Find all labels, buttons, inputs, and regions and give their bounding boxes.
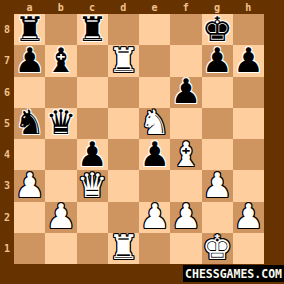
rank-label-6: 6 (0, 77, 14, 108)
square-g8[interactable]: ♚ (202, 14, 233, 45)
rank-label-5: 5 (0, 108, 14, 139)
square-a5[interactable]: ♞ (14, 108, 45, 139)
square-a8[interactable]: ♜ (14, 14, 45, 45)
file-label-c: c (77, 1, 108, 14)
square-a1[interactable] (14, 233, 45, 264)
file-label-g: g (202, 1, 233, 14)
file-label-a: a (14, 1, 45, 14)
square-b5[interactable]: ♛ (45, 108, 76, 139)
rank-label-7: 7 (0, 45, 14, 76)
square-e6[interactable] (139, 77, 170, 108)
square-e1[interactable] (139, 233, 170, 264)
square-g4[interactable] (202, 139, 233, 170)
square-d6[interactable] (108, 77, 139, 108)
square-f8[interactable] (170, 14, 201, 45)
square-h2[interactable]: ♟ (233, 202, 264, 233)
rank-label-2: 2 (0, 202, 14, 233)
rank-label-3: 3 (0, 170, 14, 201)
square-h8[interactable] (233, 14, 264, 45)
square-h6[interactable] (233, 77, 264, 108)
square-b8[interactable] (45, 14, 76, 45)
piece-black-king-g8: ♚ (202, 12, 232, 46)
square-a6[interactable] (14, 77, 45, 108)
square-b7[interactable]: ♝ (45, 45, 76, 76)
square-b2[interactable]: ♟ (45, 202, 76, 233)
piece-black-knight-a5: ♞ (14, 105, 44, 139)
square-e8[interactable] (139, 14, 170, 45)
chessgames-watermark: CHESSGAMES.COM (183, 265, 284, 282)
square-c8[interactable]: ♜ (77, 14, 108, 45)
piece-black-pawn-f6: ♟ (171, 74, 201, 108)
square-a7[interactable]: ♟ (14, 45, 45, 76)
square-e7[interactable] (139, 45, 170, 76)
square-d4[interactable] (108, 139, 139, 170)
square-e5[interactable]: ♞ (139, 108, 170, 139)
piece-black-rook-c8: ♜ (77, 12, 107, 46)
piece-black-queen-b5: ♛ (46, 105, 76, 139)
square-f3[interactable] (170, 170, 201, 201)
file-label-e: e (139, 1, 170, 14)
piece-white-bishop-f4: ♝ (171, 137, 201, 171)
piece-black-pawn-g7: ♟ (202, 43, 232, 77)
piece-white-pawn-g3: ♟ (202, 168, 232, 202)
square-h3[interactable] (233, 170, 264, 201)
square-d3[interactable] (108, 170, 139, 201)
square-h7[interactable]: ♟ (233, 45, 264, 76)
chessboard-frame: ♜♜♚♟♝♜♟♟♟♞♛♞♟♟♝♟♛♟♟♟♟♟♜♚ abcdefgh8765432… (0, 0, 284, 284)
square-c4[interactable]: ♟ (77, 139, 108, 170)
square-e4[interactable]: ♟ (139, 139, 170, 170)
square-f7[interactable] (170, 45, 201, 76)
square-d8[interactable] (108, 14, 139, 45)
square-h4[interactable] (233, 139, 264, 170)
square-a3[interactable]: ♟ (14, 170, 45, 201)
square-f5[interactable] (170, 108, 201, 139)
piece-white-pawn-a3: ♟ (14, 168, 44, 202)
piece-black-bishop-b7: ♝ (46, 43, 76, 77)
square-b6[interactable] (45, 77, 76, 108)
square-a2[interactable] (14, 202, 45, 233)
piece-black-pawn-a7: ♟ (14, 43, 44, 77)
file-label-b: b (45, 1, 76, 14)
piece-black-rook-a8: ♜ (14, 12, 44, 46)
square-f2[interactable]: ♟ (170, 202, 201, 233)
file-label-f: f (170, 1, 201, 14)
square-a4[interactable] (14, 139, 45, 170)
square-g1[interactable]: ♚ (202, 233, 233, 264)
square-f4[interactable]: ♝ (170, 139, 201, 170)
rank-label-4: 4 (0, 139, 14, 170)
piece-black-pawn-h7: ♟ (233, 43, 263, 77)
square-c7[interactable] (77, 45, 108, 76)
square-b4[interactable] (45, 139, 76, 170)
chess-board: ♜♜♚♟♝♜♟♟♟♞♛♞♟♟♝♟♛♟♟♟♟♟♜♚ (14, 14, 264, 264)
file-label-d: d (108, 1, 139, 14)
square-d5[interactable] (108, 108, 139, 139)
square-c5[interactable] (77, 108, 108, 139)
square-g5[interactable] (202, 108, 233, 139)
piece-white-knight-e5: ♞ (139, 105, 169, 139)
square-e3[interactable] (139, 170, 170, 201)
square-c6[interactable] (77, 77, 108, 108)
square-f1[interactable] (170, 233, 201, 264)
square-g3[interactable]: ♟ (202, 170, 233, 201)
square-f6[interactable]: ♟ (170, 77, 201, 108)
rank-label-8: 8 (0, 14, 14, 45)
square-d7[interactable]: ♜ (108, 45, 139, 76)
piece-black-pawn-e4: ♟ (139, 137, 169, 171)
square-h5[interactable] (233, 108, 264, 139)
square-b1[interactable] (45, 233, 76, 264)
piece-white-rook-d7: ♜ (108, 43, 138, 77)
square-b3[interactable] (45, 170, 76, 201)
piece-white-rook-d1: ♜ (108, 230, 138, 264)
square-c3[interactable]: ♛ (77, 170, 108, 201)
piece-white-king-g1: ♚ (202, 230, 232, 264)
piece-white-pawn-f2: ♟ (171, 199, 201, 233)
square-h1[interactable] (233, 233, 264, 264)
square-g7[interactable]: ♟ (202, 45, 233, 76)
square-g6[interactable] (202, 77, 233, 108)
piece-white-pawn-e2: ♟ (139, 199, 169, 233)
square-c1[interactable] (77, 233, 108, 264)
square-d1[interactable]: ♜ (108, 233, 139, 264)
piece-white-pawn-h2: ♟ (233, 199, 263, 233)
piece-black-pawn-c4: ♟ (77, 137, 107, 171)
file-label-h: h (233, 1, 264, 14)
square-g2[interactable] (202, 202, 233, 233)
piece-white-pawn-b2: ♟ (46, 199, 76, 233)
square-c2[interactable] (77, 202, 108, 233)
rank-label-1: 1 (0, 233, 14, 264)
square-e2[interactable]: ♟ (139, 202, 170, 233)
piece-white-queen-c3: ♛ (77, 168, 107, 202)
square-d2[interactable] (108, 202, 139, 233)
